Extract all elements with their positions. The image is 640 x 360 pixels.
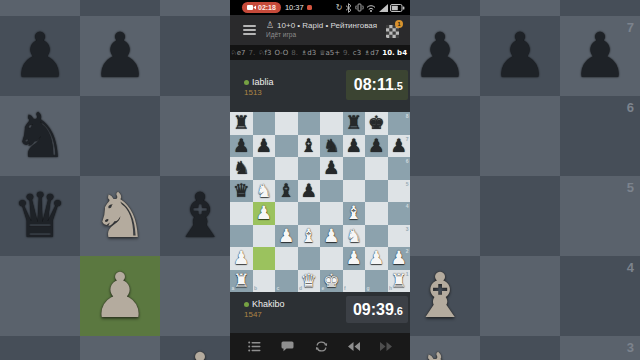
square-f7: ♟ (400, 16, 480, 96)
black-king-g8: ♚ (480, 0, 560, 16)
black-pawn-a7: ♟ (230, 135, 253, 158)
square-h3[interactable]: 3 (388, 225, 411, 248)
status-clock: 10:37 (285, 3, 304, 12)
fast-forward-button[interactable] (378, 340, 394, 353)
chat-icon (281, 341, 294, 352)
square-h1[interactable]: ♜1h (388, 270, 411, 293)
white-pawn-a2: ♟ (230, 247, 253, 270)
square-h4: 4 (560, 256, 640, 336)
move-token[interactable]: 8. (291, 49, 298, 57)
square-c2[interactable] (275, 247, 298, 270)
square-d1[interactable]: ♛d (298, 270, 321, 293)
black-pawn-g7: ♟ (480, 16, 560, 96)
move-token[interactable]: ♗d7 (364, 49, 379, 57)
square-b6 (80, 96, 160, 176)
file-label: a (232, 285, 235, 291)
white-pawn-b4: ♟ (80, 256, 160, 336)
hamburger-menu-icon[interactable] (243, 25, 256, 35)
square-g3[interactable] (365, 225, 388, 248)
square-d4[interactable] (298, 202, 321, 225)
square-f1[interactable]: f (343, 270, 366, 293)
data-sync-icon: ↻ (336, 4, 343, 12)
square-g6 (480, 96, 560, 176)
square-d7[interactable]: ♝ (298, 135, 321, 158)
square-h7: ♟7 (560, 16, 640, 96)
clock-top: 08:11.5 (346, 70, 408, 100)
square-e7[interactable]: ♞ (320, 135, 343, 158)
square-g5[interactable] (365, 180, 388, 203)
square-d5[interactable]: ♟ (298, 180, 321, 203)
rank-label: 2 (406, 248, 409, 254)
square-a4[interactable] (230, 202, 253, 225)
rank-label: 1 (406, 271, 409, 277)
status-icons: ↻ (336, 3, 405, 13)
square-b5: ♞ (80, 176, 160, 256)
white-knight-f3: ♞ (343, 225, 366, 248)
square-g8: ♚ (480, 0, 560, 16)
square-a4 (0, 256, 80, 336)
square-f4: ♝ (400, 256, 480, 336)
square-e8[interactable] (320, 112, 343, 135)
square-a5: ♛ (0, 176, 80, 256)
square-f3[interactable]: ♞ (343, 225, 366, 248)
bottom-toolbar (230, 333, 410, 360)
square-d2[interactable] (298, 247, 321, 270)
move-token[interactable]: ♕a5+ (319, 49, 340, 57)
square-f5[interactable] (343, 180, 366, 203)
move-list[interactable]: e3♘e77.♘f3O-O8.♗d3♕a5+9.c3♗d710. b4 (230, 45, 410, 60)
black-rook-a8: ♜ (0, 0, 80, 16)
square-a8[interactable]: ♜ (230, 112, 253, 135)
square-g6[interactable] (365, 157, 388, 180)
board-tab-icon[interactable]: 1 (386, 24, 399, 37)
rewind-button[interactable] (346, 340, 362, 353)
move-token[interactable]: c3 (353, 49, 361, 57)
move-token[interactable]: ♘e7 (230, 49, 245, 57)
fast-forward-icon (380, 342, 392, 351)
square-d8[interactable] (298, 112, 321, 135)
square-c7[interactable] (275, 135, 298, 158)
signal-icon (379, 4, 388, 12)
black-king-g8: ♚ (365, 112, 388, 135)
square-h5: 5 (560, 176, 640, 256)
move-token[interactable]: ♗d3 (301, 49, 316, 57)
bg-rank-label: 3 (627, 340, 634, 355)
black-queen-a5: ♛ (0, 176, 80, 256)
game-title: 10+0 • Rapid • Рейтинговая (277, 21, 377, 31)
square-b5[interactable]: ♞ (253, 180, 276, 203)
square-f4[interactable]: ♝ (343, 202, 366, 225)
square-e6[interactable]: ♟ (320, 157, 343, 180)
rank-label: 3 (406, 226, 409, 232)
square-g7[interactable]: ♟ (365, 135, 388, 158)
square-d3[interactable]: ♝ (298, 225, 321, 248)
player-top[interactable]: Iablia 1513 08:11.5 (230, 60, 410, 112)
square-h8[interactable]: 8 (388, 112, 411, 135)
rank-label: 6 (406, 158, 409, 164)
white-knight-b5: ♞ (80, 176, 160, 256)
chess-board[interactable]: ♜♜♚8♟♟♝♞♟♟♟7♞♟6♛♞♝♟5♟♝4♟♝♟♞3♟♟♟♟2♜abc♛d♚… (230, 112, 410, 292)
current-move[interactable]: 10. b4 (382, 49, 407, 57)
square-c4 (160, 256, 240, 336)
white-knight-f3: ♞ (400, 336, 480, 360)
online-dot (244, 302, 249, 307)
rank-label: 4 (406, 203, 409, 209)
bg-rank-label: 7 (627, 20, 634, 35)
square-b4: ♟ (80, 256, 160, 336)
square-e5[interactable] (320, 180, 343, 203)
flip-board-icon (315, 341, 328, 352)
player-bottom[interactable]: Khakibo 1547 09:39.6 (230, 292, 410, 333)
square-a5[interactable]: ♛ (230, 180, 253, 203)
screen-record-pill[interactable]: 02:18 (242, 2, 281, 13)
stop-record-icon[interactable] (307, 5, 312, 10)
move-list-icon (248, 341, 261, 352)
square-h6: 6 (560, 96, 640, 176)
white-pawn-g2: ♟ (365, 247, 388, 270)
white-pawn-f2: ♟ (343, 247, 366, 270)
square-b6[interactable] (253, 157, 276, 180)
square-f3: ♞ (400, 336, 480, 360)
file-label: b (254, 285, 257, 291)
square-c5: ♝ (160, 176, 240, 256)
rank-label: 8 (406, 113, 409, 119)
square-e3[interactable]: ♟ (320, 225, 343, 248)
square-f2[interactable]: ♟ (343, 247, 366, 270)
move-token[interactable]: ♘f3 (258, 49, 271, 57)
white-pawn-c3: ♟ (160, 336, 240, 360)
bg-rank-label: 4 (627, 260, 634, 275)
black-pawn-f7: ♟ (343, 135, 366, 158)
square-g1[interactable]: g (365, 270, 388, 293)
clock-top-tenths: .5 (394, 80, 403, 92)
square-a6: ♞ (0, 96, 80, 176)
square-h5[interactable]: 5 (388, 180, 411, 203)
square-c6 (160, 96, 240, 176)
square-g4[interactable] (365, 202, 388, 225)
app-header: ♙ 10+0 • Rapid • Рейтинговая Идёт игра 1 (230, 15, 410, 45)
move-token[interactable]: 9. (343, 49, 350, 57)
square-a3 (0, 336, 80, 360)
white-knight-b5: ♞ (253, 180, 276, 203)
white-pawn-b4: ♟ (253, 202, 276, 225)
square-g2[interactable]: ♟ (365, 247, 388, 270)
clock-top-main: 08:11 (354, 76, 394, 93)
black-pawn-a7: ♟ (0, 16, 80, 96)
move-list-button[interactable] (246, 339, 263, 354)
square-c8[interactable] (275, 112, 298, 135)
square-b7[interactable]: ♟ (253, 135, 276, 158)
square-c4[interactable] (275, 202, 298, 225)
black-pawn-f7: ♟ (400, 16, 480, 96)
square-c3[interactable]: ♟ (275, 225, 298, 248)
bg-rank-label: 6 (627, 100, 634, 115)
black-rook-f8: ♜ (343, 112, 366, 135)
rank-label: 7 (406, 136, 409, 142)
square-a8: ♜ (0, 0, 80, 16)
square-h3: 3 (560, 336, 640, 360)
player-top-name: Iablia (252, 77, 274, 87)
file-label: f (344, 285, 346, 291)
square-b8[interactable] (253, 112, 276, 135)
square-c7 (160, 16, 240, 96)
square-f6 (400, 96, 480, 176)
square-h2[interactable]: ♟2 (388, 247, 411, 270)
square-b3 (80, 336, 160, 360)
black-bishop-c5: ♝ (160, 176, 240, 256)
phone-screen: 02:18 10:37 ↻ (230, 0, 410, 360)
square-e4[interactable] (320, 202, 343, 225)
clock-bottom-main: 09:39 (353, 301, 394, 318)
file-label: d (299, 285, 302, 291)
white-bishop-f4: ♝ (343, 202, 366, 225)
square-g7: ♟ (480, 16, 560, 96)
game-title-block: ♙ 10+0 • Rapid • Рейтинговая Идёт игра (266, 21, 377, 39)
speed-pawn-icon: ♙ (266, 21, 274, 30)
vibrate-icon (355, 3, 364, 12)
file-label: g (367, 285, 370, 291)
move-token[interactable]: O-O (274, 49, 288, 57)
square-a3[interactable] (230, 225, 253, 248)
black-pawn-g7: ♟ (365, 135, 388, 158)
clock-bottom: 09:39.6 (346, 296, 408, 323)
move-token[interactable]: 7. (249, 49, 256, 57)
square-f5 (400, 176, 480, 256)
clock-bottom-tenths: .6 (394, 305, 403, 317)
square-f6[interactable] (343, 157, 366, 180)
game-status-text: Идёт игра (266, 31, 377, 39)
square-g8[interactable]: ♚ (365, 112, 388, 135)
battery-icon (390, 4, 405, 12)
square-g4 (480, 256, 560, 336)
black-rook-a8: ♜ (230, 112, 253, 135)
white-bishop-f4: ♝ (400, 256, 480, 336)
square-c8 (160, 0, 240, 16)
black-pawn-b7: ♟ (80, 16, 160, 96)
square-b2[interactable] (253, 247, 276, 270)
chat-button[interactable] (279, 339, 296, 354)
square-c3: ♟ (160, 336, 240, 360)
rewind-icon (348, 342, 360, 351)
square-e2[interactable] (320, 247, 343, 270)
square-a2[interactable]: ♟ (230, 247, 253, 270)
square-h8: 8 (560, 0, 640, 16)
wifi-icon (366, 4, 376, 12)
black-queen-a5: ♛ (230, 180, 253, 203)
square-g5 (480, 176, 560, 256)
black-bishop-c5: ♝ (275, 180, 298, 203)
notification-badge: 1 (395, 20, 403, 28)
square-h6[interactable]: 6 (388, 157, 411, 180)
square-h4[interactable]: 4 (388, 202, 411, 225)
square-e1[interactable]: ♚e (320, 270, 343, 293)
status-bar: 02:18 10:37 ↻ (230, 0, 410, 15)
square-a7[interactable]: ♟ (230, 135, 253, 158)
square-f7[interactable]: ♟ (343, 135, 366, 158)
white-pawn-e3: ♟ (320, 225, 343, 248)
bluetooth-icon (345, 3, 352, 13)
video-record-icon (247, 4, 256, 11)
square-a6[interactable]: ♞ (230, 157, 253, 180)
file-label: c (277, 285, 280, 291)
black-rook-f8: ♜ (400, 0, 480, 16)
file-label: e (322, 285, 325, 291)
square-f8: ♜ (400, 0, 480, 16)
square-b7: ♟ (80, 16, 160, 96)
square-b3[interactable] (253, 225, 276, 248)
black-knight-a6: ♞ (230, 157, 253, 180)
black-pawn-e6: ♟ (320, 157, 343, 180)
square-c1[interactable]: c (275, 270, 298, 293)
black-pawn-d5: ♟ (298, 180, 321, 203)
black-bishop-d7: ♝ (298, 135, 321, 158)
bg-rank-label: 5 (627, 180, 634, 195)
square-a7: ♟ (0, 16, 80, 96)
square-b1[interactable]: b (253, 270, 276, 293)
black-knight-e7: ♞ (320, 135, 343, 158)
black-knight-a6: ♞ (0, 96, 80, 176)
flip-board-button[interactable] (313, 339, 330, 354)
rank-label: 5 (406, 181, 409, 187)
square-d6[interactable] (298, 157, 321, 180)
square-c6[interactable] (275, 157, 298, 180)
player-bottom-name: Khakibo (252, 299, 285, 309)
square-b8 (80, 0, 160, 16)
black-pawn-b7: ♟ (253, 135, 276, 158)
square-g3 (480, 336, 560, 360)
online-dot (244, 80, 249, 85)
square-h7[interactable]: ♟7 (388, 135, 411, 158)
recording-time: 02:18 (258, 4, 276, 11)
square-a1[interactable]: ♜a (230, 270, 253, 293)
file-label: h (389, 285, 392, 291)
white-bishop-d3: ♝ (298, 225, 321, 248)
square-b4[interactable]: ♟ (253, 202, 276, 225)
square-f8[interactable]: ♜ (343, 112, 366, 135)
square-c5[interactable]: ♝ (275, 180, 298, 203)
white-pawn-c3: ♟ (275, 225, 298, 248)
